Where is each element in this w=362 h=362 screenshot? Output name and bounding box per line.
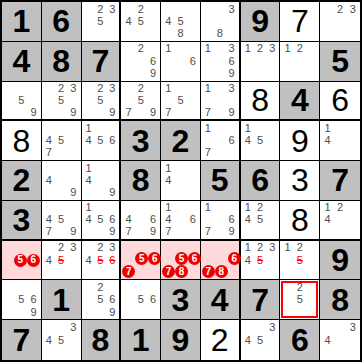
candidate-1: 1 bbox=[202, 122, 214, 134]
candidate-5: 5 bbox=[174, 94, 186, 106]
candidate-9: 9 bbox=[106, 226, 118, 238]
candidate-1: 1 bbox=[321, 202, 334, 214]
pencil-marks: 5678 bbox=[162, 242, 199, 279]
candidate-1: 1 bbox=[202, 43, 214, 55]
cell-r2c9[interactable]: 5 bbox=[320, 42, 360, 82]
candidate-4: 4 bbox=[321, 214, 334, 226]
candidate-6: 6 bbox=[106, 294, 118, 306]
pencil-marks: 569 bbox=[3, 281, 40, 318]
candidate-4: 4 bbox=[242, 214, 254, 226]
candidate-7: 7 bbox=[162, 226, 174, 238]
cell-r4c7[interactable]: 145 bbox=[241, 121, 281, 161]
cell-r5c1[interactable]: 2 bbox=[2, 161, 42, 201]
cell-r2c3[interactable]: 7 bbox=[82, 42, 122, 82]
candidate-5: 5 bbox=[15, 94, 27, 106]
given-digit: 6 bbox=[52, 5, 70, 37]
cell-r4c6[interactable]: 167 bbox=[201, 121, 241, 161]
cell-r6c5[interactable]: 1467 bbox=[161, 201, 201, 241]
cell-r4c9[interactable]: 14 bbox=[320, 121, 360, 161]
candidate-2: 2 bbox=[334, 3, 347, 15]
cell-r1c5[interactable]: 458 bbox=[161, 2, 201, 42]
candidate-6: 6 bbox=[226, 135, 238, 147]
candidate-3: 3 bbox=[67, 321, 79, 334]
candidate-9: 9 bbox=[226, 106, 238, 118]
candidate-3: 3 bbox=[266, 321, 278, 334]
cell-r9c5[interactable]: 9 bbox=[161, 320, 201, 360]
candidate-3: 3 bbox=[266, 43, 278, 55]
candidate-5: 5 bbox=[55, 214, 67, 226]
pencil-marks: 34 bbox=[321, 321, 359, 359]
candidate-4: 4 bbox=[83, 214, 95, 226]
candidate-1: 1 bbox=[83, 202, 95, 214]
pencil-marks: 25 bbox=[281, 281, 318, 318]
given-digit: 8 bbox=[52, 45, 70, 77]
solved-digit: 6 bbox=[331, 84, 349, 116]
pencil-marks: 56 bbox=[3, 242, 40, 279]
pencil-marks: 23456 bbox=[83, 242, 119, 279]
candidate-5: 5 bbox=[94, 94, 106, 106]
given-digit: 1 bbox=[52, 284, 70, 316]
pencil-marks: 125 bbox=[281, 242, 318, 279]
given-digit: 9 bbox=[172, 324, 190, 356]
pencil-marks: 2359 bbox=[43, 83, 80, 119]
given-digit: 5 bbox=[211, 164, 229, 196]
candidate-3: 3 bbox=[106, 3, 118, 15]
cell-r9c6[interactable]: 2 bbox=[201, 320, 241, 360]
cell-r4c2[interactable]: 457 bbox=[42, 121, 82, 161]
candidate-2: 2 bbox=[135, 43, 147, 55]
candidate-7: 7 bbox=[122, 226, 134, 238]
cell-r7c1[interactable]: 56 bbox=[2, 241, 42, 281]
candidate-4: 4 bbox=[83, 174, 95, 186]
candidate-4: 4 bbox=[122, 214, 134, 226]
pencil-marks: 149 bbox=[83, 162, 119, 199]
cell-r7c8[interactable]: 125 bbox=[280, 241, 320, 281]
candidate-5: 5 bbox=[135, 294, 147, 306]
cell-r6c4[interactable]: 4679 bbox=[121, 201, 161, 241]
pencil-marks: 567 bbox=[122, 242, 159, 279]
cell-r3c8[interactable]: 4 bbox=[280, 82, 320, 122]
cell-r5c3[interactable]: 149 bbox=[82, 161, 122, 201]
given-digit: 6 bbox=[291, 324, 309, 356]
candidate-1: 1 bbox=[202, 202, 214, 214]
cell-r1c9[interactable]: 23 bbox=[320, 2, 360, 42]
pencil-marks: 1467 bbox=[162, 202, 199, 238]
given-digit: 3 bbox=[172, 284, 190, 316]
candidate-7-circled: 7 bbox=[162, 265, 175, 278]
given-digit: 4 bbox=[12, 45, 30, 77]
candidate-5: 5 bbox=[15, 294, 27, 306]
cell-r3c9[interactable]: 6 bbox=[320, 82, 360, 122]
cell-r5c7[interactable]: 6 bbox=[241, 161, 281, 201]
cell-r3c5[interactable]: 157 bbox=[161, 82, 201, 122]
candidate-7: 7 bbox=[122, 106, 134, 118]
candidate-6: 6 bbox=[147, 214, 159, 226]
given-digit: 2 bbox=[172, 125, 190, 157]
candidate-4: 4 bbox=[162, 174, 174, 186]
cell-r2c6[interactable]: 1369 bbox=[201, 42, 241, 82]
candidate-9: 9 bbox=[28, 306, 40, 318]
pencil-marks: 14 bbox=[321, 122, 359, 159]
solved-digit: 8 bbox=[251, 84, 269, 116]
candidate-4: 4 bbox=[122, 15, 134, 27]
candidate-5: 5 bbox=[55, 94, 67, 106]
given-digit: 3 bbox=[132, 125, 150, 157]
cell-r7c6[interactable]: 678 bbox=[201, 241, 241, 281]
candidate-4: 4 bbox=[83, 254, 95, 266]
candidate-5: 5 bbox=[135, 94, 147, 106]
cell-r6c6[interactable]: 1679 bbox=[201, 201, 241, 241]
candidate-8: 8 bbox=[214, 28, 226, 40]
candidate-5: 5 bbox=[174, 15, 186, 27]
candidate-6: 6 bbox=[147, 55, 159, 67]
given-digit: 8 bbox=[132, 164, 150, 196]
cell-r4c5[interactable]: 2 bbox=[161, 121, 201, 161]
candidate-9: 9 bbox=[147, 226, 159, 238]
candidate-6: 6 bbox=[187, 214, 199, 226]
cell-r8c1[interactable]: 569 bbox=[2, 280, 42, 320]
pencil-marks: 12345 bbox=[242, 242, 279, 279]
pencil-marks: 2345 bbox=[43, 242, 80, 279]
sudoku-board: 1623524545838972348726916136912312559235… bbox=[0, 0, 362, 362]
cell-r8c3[interactable]: 2569 bbox=[82, 280, 122, 320]
candidate-5-eliminated: 5 bbox=[294, 254, 306, 266]
solved-digit: 9 bbox=[291, 125, 309, 157]
candidate-5-circled: 5 bbox=[135, 252, 148, 265]
cell-r9c9[interactable]: 34 bbox=[320, 320, 360, 360]
candidate-6: 6 bbox=[106, 214, 118, 226]
cell-r1c4[interactable]: 245 bbox=[121, 2, 161, 42]
given-digit: 3 bbox=[12, 204, 30, 236]
candidate-9: 9 bbox=[226, 226, 238, 238]
candidate-9: 9 bbox=[106, 187, 118, 199]
pencil-marks: 124 bbox=[321, 202, 359, 238]
candidate-2: 2 bbox=[294, 242, 306, 254]
cell-r2c7[interactable]: 123 bbox=[241, 42, 281, 82]
cell-r4c3[interactable]: 1456 bbox=[82, 121, 122, 161]
candidate-3: 3 bbox=[226, 3, 238, 15]
candidate-7-circled: 7 bbox=[122, 265, 135, 278]
cell-r3c7[interactable]: 8 bbox=[241, 82, 281, 122]
cell-r9c4[interactable]: 1 bbox=[121, 320, 161, 360]
pencil-marks: 12 bbox=[281, 43, 318, 80]
candidate-5: 5 bbox=[254, 334, 266, 347]
cell-r4c1[interactable]: 8 bbox=[2, 121, 42, 161]
candidate-2: 2 bbox=[94, 83, 106, 95]
pencil-marks: 4679 bbox=[122, 202, 159, 238]
cell-r2c2[interactable]: 8 bbox=[42, 42, 82, 82]
cell-r8c6[interactable]: 4 bbox=[201, 280, 241, 320]
candidate-3: 3 bbox=[67, 242, 79, 254]
candidate-1: 1 bbox=[321, 122, 334, 134]
given-digit: 5 bbox=[331, 45, 349, 77]
cell-r8c7[interactable]: 7 bbox=[241, 280, 281, 320]
candidate-6: 6 bbox=[28, 294, 40, 306]
pencil-marks: 38 bbox=[202, 3, 238, 40]
given-digit: 1 bbox=[132, 324, 150, 356]
candidate-1: 1 bbox=[242, 122, 254, 134]
candidate-6: 6 bbox=[226, 55, 238, 67]
pencil-marks: 345 bbox=[242, 321, 279, 359]
candidate-4: 4 bbox=[83, 135, 95, 147]
candidate-2: 2 bbox=[135, 83, 147, 95]
candidate-2: 2 bbox=[294, 281, 306, 293]
candidate-4: 4 bbox=[242, 135, 254, 147]
cell-r6c9[interactable]: 124 bbox=[320, 201, 360, 241]
candidate-1: 1 bbox=[162, 202, 174, 214]
given-digit: 7 bbox=[12, 324, 30, 356]
candidate-6: 6 bbox=[147, 294, 159, 306]
cell-r1c2[interactable]: 6 bbox=[42, 2, 82, 42]
pencil-marks: 59 bbox=[3, 83, 40, 119]
candidate-3: 3 bbox=[67, 83, 79, 95]
candidate-6-circled: 6 bbox=[148, 252, 161, 265]
candidate-1: 1 bbox=[242, 202, 254, 214]
pencil-marks: 678 bbox=[202, 242, 238, 279]
cell-r7c9[interactable]: 9 bbox=[320, 241, 360, 281]
cell-r9c7[interactable]: 345 bbox=[241, 320, 281, 360]
cell-r8c4[interactable]: 56 bbox=[121, 280, 161, 320]
cell-r8c9[interactable]: 8 bbox=[320, 280, 360, 320]
candidate-5: 5 bbox=[135, 15, 147, 27]
pencil-marks: 2359 bbox=[83, 83, 119, 119]
pencil-marks: 1679 bbox=[202, 202, 238, 238]
candidate-8-circled: 8 bbox=[215, 265, 228, 278]
pencil-marks: 56 bbox=[122, 281, 159, 318]
candidate-6: 6 bbox=[187, 55, 199, 67]
cell-r9c2[interactable]: 345 bbox=[42, 320, 82, 360]
given-digit: 7 bbox=[92, 45, 110, 77]
cell-r3c6[interactable]: 1379 bbox=[201, 82, 241, 122]
given-digit: 9 bbox=[251, 5, 269, 37]
candidate-5-eliminated: 5 bbox=[254, 254, 266, 266]
solved-digit: 7 bbox=[291, 5, 309, 37]
candidate-4: 4 bbox=[43, 254, 55, 266]
cell-r4c4[interactable]: 3 bbox=[121, 121, 161, 161]
candidate-3: 3 bbox=[346, 321, 359, 334]
candidate-1: 1 bbox=[281, 43, 293, 55]
cell-r5c8[interactable]: 3 bbox=[280, 161, 320, 201]
candidate-2: 2 bbox=[254, 202, 266, 214]
candidate-2: 2 bbox=[334, 202, 347, 214]
candidate-5-eliminated: 5 bbox=[94, 254, 106, 266]
pencil-marks: 1379 bbox=[202, 83, 238, 119]
cell-r2c8[interactable]: 12 bbox=[280, 42, 320, 82]
pencil-marks: 245 bbox=[122, 3, 159, 40]
cell-r3c1[interactable]: 59 bbox=[2, 82, 42, 122]
candidate-3: 3 bbox=[226, 83, 238, 95]
candidate-6-circled: 6 bbox=[228, 252, 241, 265]
cell-r3c3[interactable]: 2359 bbox=[82, 82, 122, 122]
cell-r6c1[interactable]: 3 bbox=[2, 201, 42, 241]
cell-r5c5[interactable]: 14 bbox=[161, 161, 201, 201]
cell-r4c8[interactable]: 9 bbox=[280, 121, 320, 161]
pencil-marks: 1369 bbox=[202, 43, 238, 80]
pencil-marks: 14569 bbox=[83, 202, 119, 238]
pencil-marks: 167 bbox=[202, 122, 238, 159]
cell-r6c3[interactable]: 14569 bbox=[82, 201, 122, 241]
candidate-9: 9 bbox=[28, 106, 40, 118]
cell-r9c3[interactable]: 8 bbox=[82, 320, 122, 360]
cell-r9c8[interactable]: 6 bbox=[280, 320, 320, 360]
cell-r3c4[interactable]: 2579 bbox=[121, 82, 161, 122]
given-digit: 8 bbox=[92, 324, 110, 356]
candidate-2: 2 bbox=[55, 83, 67, 95]
candidate-3: 3 bbox=[226, 43, 238, 55]
cell-r8c5[interactable]: 3 bbox=[161, 280, 201, 320]
pencil-marks: 145 bbox=[242, 122, 279, 159]
pencil-marks: 4579 bbox=[43, 202, 80, 238]
candidate-9: 9 bbox=[106, 306, 118, 318]
candidate-7: 7 bbox=[43, 226, 55, 238]
cell-r2c1[interactable]: 4 bbox=[2, 42, 42, 82]
cell-r6c7[interactable]: 1245 bbox=[241, 201, 281, 241]
candidate-2: 2 bbox=[254, 242, 266, 254]
candidate-5-eliminated: 5 bbox=[55, 254, 67, 266]
pencil-marks: 14 bbox=[162, 162, 199, 199]
pencil-marks: 1245 bbox=[242, 202, 279, 238]
candidate-8-circled: 8 bbox=[175, 265, 188, 278]
candidate-5: 5 bbox=[94, 214, 106, 226]
candidate-9: 9 bbox=[147, 106, 159, 118]
candidate-5: 5 bbox=[254, 135, 266, 147]
pencil-marks: 345 bbox=[43, 321, 80, 359]
given-digit: 2 bbox=[12, 164, 30, 196]
pencil-marks: 23 bbox=[321, 3, 359, 40]
candidate-2: 2 bbox=[94, 281, 106, 293]
candidate-3: 3 bbox=[106, 83, 118, 95]
given-digit: 7 bbox=[331, 164, 349, 196]
candidate-2: 2 bbox=[254, 43, 266, 55]
pencil-marks: 269 bbox=[122, 43, 159, 80]
candidate-9: 9 bbox=[106, 106, 118, 118]
candidate-1: 1 bbox=[162, 83, 174, 95]
cell-r1c3[interactable]: 235 bbox=[82, 2, 122, 42]
given-digit: 9 bbox=[331, 244, 349, 276]
candidate-3: 3 bbox=[266, 242, 278, 254]
candidate-1: 1 bbox=[202, 83, 214, 95]
candidate-7: 7 bbox=[202, 106, 214, 118]
cell-r7c7[interactable]: 12345 bbox=[241, 241, 281, 281]
candidate-4: 4 bbox=[43, 174, 55, 186]
candidate-4: 4 bbox=[43, 214, 55, 226]
cell-r7c4[interactable]: 567 bbox=[121, 241, 161, 281]
cell-r5c6[interactable]: 5 bbox=[201, 161, 241, 201]
given-digit: 8 bbox=[331, 284, 349, 316]
candidate-4: 4 bbox=[43, 135, 55, 147]
candidate-4: 4 bbox=[162, 15, 174, 27]
cell-r2c4[interactable]: 269 bbox=[121, 42, 161, 82]
candidate-2: 2 bbox=[94, 242, 106, 254]
candidate-7: 7 bbox=[162, 106, 174, 118]
cell-r1c7[interactable]: 9 bbox=[241, 2, 281, 42]
pencil-marks: 123 bbox=[242, 43, 279, 80]
solved-digit: 8 bbox=[291, 204, 309, 236]
candidate-1: 1 bbox=[162, 43, 174, 55]
cell-r9c1[interactable]: 7 bbox=[2, 320, 42, 360]
candidate-4: 4 bbox=[43, 334, 55, 347]
candidate-9: 9 bbox=[147, 67, 159, 79]
candidate-7: 7 bbox=[202, 226, 214, 238]
pencil-marks: 1456 bbox=[83, 122, 119, 159]
candidate-4: 4 bbox=[162, 214, 174, 226]
candidate-6-eliminated: 6 bbox=[106, 254, 118, 266]
cell-r8c2[interactable]: 1 bbox=[42, 280, 82, 320]
given-digit: 4 bbox=[291, 84, 309, 116]
candidate-3: 3 bbox=[106, 242, 118, 254]
cell-r3c2[interactable]: 2359 bbox=[42, 82, 82, 122]
candidate-5: 5 bbox=[94, 294, 106, 306]
candidate-9: 9 bbox=[67, 187, 79, 199]
pencil-marks: 2569 bbox=[83, 281, 119, 318]
candidate-9: 9 bbox=[67, 106, 79, 118]
cell-r5c2[interactable]: 49 bbox=[42, 161, 82, 201]
candidate-7-circled: 7 bbox=[202, 265, 215, 278]
pencil-marks: 235 bbox=[83, 3, 119, 40]
candidate-5: 5 bbox=[55, 135, 67, 147]
candidate-7: 7 bbox=[202, 147, 214, 159]
candidate-4: 4 bbox=[242, 334, 254, 347]
candidate-9: 9 bbox=[226, 67, 238, 79]
cell-r1c8[interactable]: 7 bbox=[280, 2, 320, 42]
cell-r1c1[interactable]: 1 bbox=[2, 2, 42, 42]
candidate-8: 8 bbox=[174, 28, 186, 40]
cell-r6c2[interactable]: 4579 bbox=[42, 201, 82, 241]
cell-r5c4[interactable]: 8 bbox=[121, 161, 161, 201]
candidate-2: 2 bbox=[294, 43, 306, 55]
candidate-5: 5 bbox=[55, 334, 67, 347]
candidate-5: 5 bbox=[254, 214, 266, 226]
cell-r1c6[interactable]: 38 bbox=[201, 2, 241, 42]
solved-digit: 8 bbox=[12, 125, 30, 157]
candidate-1: 1 bbox=[162, 162, 174, 174]
cell-r8c8[interactable]: 25 bbox=[280, 280, 320, 320]
given-digit: 7 bbox=[251, 284, 269, 316]
candidate-2: 2 bbox=[94, 3, 106, 15]
given-digit: 1 bbox=[12, 5, 30, 37]
cell-r5c9[interactable]: 7 bbox=[320, 161, 360, 201]
candidate-1: 1 bbox=[281, 242, 293, 254]
pencil-marks: 49 bbox=[43, 162, 80, 199]
candidate-4: 4 bbox=[242, 254, 254, 266]
pencil-marks: 16 bbox=[162, 43, 199, 80]
given-digit: 4 bbox=[211, 284, 229, 316]
candidate-5: 5 bbox=[94, 15, 106, 27]
cell-r6c8[interactable]: 8 bbox=[280, 201, 320, 241]
candidate-6-circled: 6 bbox=[188, 252, 201, 265]
cell-r2c5[interactable]: 16 bbox=[161, 42, 201, 82]
candidate-1: 1 bbox=[83, 122, 95, 134]
cell-r7c2[interactable]: 2345 bbox=[42, 241, 82, 281]
cell-r7c5[interactable]: 5678 bbox=[161, 241, 201, 281]
candidate-5: 5 bbox=[294, 294, 306, 306]
candidate-6: 6 bbox=[226, 214, 238, 226]
pencil-marks: 157 bbox=[162, 83, 199, 119]
candidate-5-circled: 5 bbox=[175, 252, 188, 265]
candidate-3: 3 bbox=[346, 3, 359, 15]
candidate-1: 1 bbox=[242, 242, 254, 254]
pencil-marks: 2579 bbox=[122, 83, 159, 119]
solved-digit: 3 bbox=[291, 164, 309, 196]
given-digit: 6 bbox=[251, 164, 269, 196]
candidate-5-circled: 5 bbox=[14, 254, 27, 267]
candidate-7: 7 bbox=[43, 147, 55, 159]
candidate-6: 6 bbox=[106, 135, 118, 147]
pencil-marks: 458 bbox=[162, 3, 199, 40]
candidate-2: 2 bbox=[55, 242, 67, 254]
cell-r7c3[interactable]: 23456 bbox=[82, 241, 122, 281]
candidate-4: 4 bbox=[321, 135, 334, 147]
